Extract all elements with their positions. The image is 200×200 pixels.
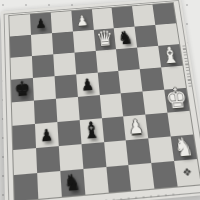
piece-black-pawn-f7[interactable]: ♟	[40, 126, 53, 144]
square-b7[interactable]	[31, 33, 53, 56]
piece-white-queen-b4[interactable]: ♛	[95, 28, 114, 50]
square-d3[interactable]	[119, 69, 143, 93]
square-a1[interactable]	[153, 3, 176, 25]
square-h3[interactable]	[129, 163, 155, 191]
piece-white-king-e1[interactable]: ♚	[164, 84, 189, 114]
square-f8[interactable]	[13, 124, 36, 150]
square-g2[interactable]	[148, 136, 174, 163]
board-grid: ❖♟♟♛♞♝♚♟♚♟♝♟♞♞	[8, 2, 200, 200]
square-c3[interactable]	[116, 48, 140, 71]
piece-white-pawn-f3[interactable]: ♟	[128, 117, 145, 137]
square-e7[interactable]	[34, 99, 57, 124]
square-h7[interactable]	[37, 171, 62, 199]
piece-black-pawn-d5[interactable]: ♟	[81, 76, 95, 93]
square-c7[interactable]	[32, 54, 55, 78]
square-a6[interactable]	[51, 11, 73, 33]
square-g3[interactable]	[126, 138, 151, 165]
piece-white-knight-g1[interactable]: ♞	[173, 134, 195, 161]
square-d6[interactable]	[54, 74, 77, 98]
square-d2[interactable]	[140, 67, 164, 91]
piece-white-bishop-c1[interactable]: ♝	[160, 43, 181, 67]
square-d7[interactable]	[33, 76, 56, 100]
board-photo: ❖♟♟♛♞♝♚♟♚♟♝♟♞♞	[0, 0, 200, 200]
square-a3[interactable]	[112, 6, 135, 28]
square-a2[interactable]	[132, 5, 155, 27]
square-h1[interactable]: ❖	[174, 159, 200, 186]
square-h2[interactable]	[152, 161, 178, 188]
piece-black-knight-h6[interactable]: ♞	[64, 171, 82, 195]
square-f2[interactable]	[146, 113, 171, 139]
square-f6[interactable]	[57, 120, 81, 146]
square-h8[interactable]	[14, 173, 38, 200]
square-a8[interactable]	[9, 14, 31, 36]
square-g7[interactable]	[36, 146, 60, 173]
piece-black-pawn-a7[interactable]: ♟	[35, 17, 46, 30]
square-e6[interactable]	[56, 97, 80, 122]
square-h5[interactable]	[83, 167, 108, 195]
chessboard: ❖♟♟♛♞♝♚♟♚♟♝♟♞♞	[1, 0, 200, 200]
square-f4[interactable]	[101, 116, 126, 142]
square-g6[interactable]	[59, 144, 83, 171]
square-c6[interactable]	[53, 53, 76, 77]
square-c5[interactable]	[74, 51, 97, 74]
square-g8[interactable]	[13, 148, 37, 175]
square-e8[interactable]	[12, 101, 35, 126]
maker-emblem-icon: ❖	[182, 167, 193, 178]
piece-black-bishop-f5[interactable]: ♝	[82, 119, 101, 143]
square-c2[interactable]	[137, 46, 161, 69]
square-e3[interactable]	[121, 91, 146, 116]
square-b5[interactable]	[73, 30, 96, 53]
square-b6[interactable]	[52, 32, 74, 55]
square-g4[interactable]	[104, 140, 129, 167]
square-g5[interactable]	[81, 142, 106, 169]
square-c4[interactable]	[95, 49, 118, 72]
square-e2[interactable]	[143, 90, 168, 115]
square-e4[interactable]	[99, 93, 123, 118]
square-h4[interactable]	[106, 165, 132, 193]
square-d4[interactable]	[97, 71, 121, 95]
piece-black-king-d8[interactable]: ♚	[14, 79, 31, 101]
square-b2[interactable]	[135, 25, 159, 48]
piece-white-pawn-a5[interactable]: ♟	[76, 13, 88, 28]
piece-black-knight-b3[interactable]: ♞	[117, 28, 134, 48]
square-b8[interactable]	[10, 35, 32, 58]
